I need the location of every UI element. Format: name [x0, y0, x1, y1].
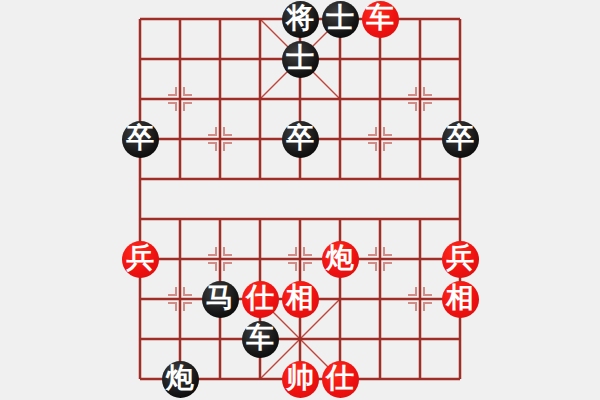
red-elephant-glyph: 相 [286, 284, 314, 312]
black-general-piece[interactable]: 将 [282, 1, 319, 38]
black-soldier-glyph: 卒 [286, 124, 314, 152]
red-advisor-glyph: 仕 [326, 364, 354, 392]
red-elephant-piece[interactable]: 相 [282, 281, 319, 318]
red-cannon-glyph: 炮 [326, 244, 354, 272]
red-general-piece[interactable]: 帅 [282, 361, 319, 398]
red-advisor-piece[interactable]: 仕 [322, 361, 359, 398]
red-chariot-piece[interactable]: 车 [362, 1, 399, 38]
red-elephant-glyph: 相 [446, 284, 474, 312]
red-soldier-glyph: 兵 [446, 244, 474, 272]
red-soldier-glyph: 兵 [126, 244, 154, 272]
black-soldier-glyph: 卒 [446, 124, 474, 152]
black-advisor-glyph: 士 [326, 4, 354, 32]
red-elephant-piece[interactable]: 相 [442, 281, 479, 318]
black-cannon-glyph: 炮 [166, 364, 194, 392]
red-soldier-piece[interactable]: 兵 [442, 241, 479, 278]
black-chariot-glyph: 车 [246, 324, 274, 352]
black-chariot-piece[interactable]: 车 [242, 321, 279, 358]
red-advisor-piece[interactable]: 仕 [242, 281, 279, 318]
black-horse-piece[interactable]: 马 [202, 281, 239, 318]
black-advisor-piece[interactable]: 士 [282, 41, 319, 78]
pieces-layer: 将士车士卒卒卒兵炮兵马仕相相车炮帅仕 [120, 0, 480, 399]
red-cannon-piece[interactable]: 炮 [322, 241, 359, 278]
red-general-glyph: 帅 [286, 364, 314, 392]
black-soldier-piece[interactable]: 卒 [122, 121, 159, 158]
red-advisor-glyph: 仕 [246, 284, 274, 312]
black-advisor-glyph: 士 [286, 44, 314, 72]
black-soldier-glyph: 卒 [126, 124, 154, 152]
black-soldier-piece[interactable]: 卒 [442, 121, 479, 158]
black-soldier-piece[interactable]: 卒 [282, 121, 319, 158]
black-horse-glyph: 马 [206, 284, 234, 312]
red-chariot-glyph: 车 [366, 4, 394, 32]
xiangqi-app: 将士车士卒卒卒兵炮兵马仕相相车炮帅仕 [0, 0, 600, 400]
black-advisor-piece[interactable]: 士 [322, 1, 359, 38]
black-general-glyph: 将 [286, 4, 314, 32]
xiangqi-board[interactable]: 将士车士卒卒卒兵炮兵马仕相相车炮帅仕 [0, 0, 600, 400]
red-soldier-piece[interactable]: 兵 [122, 241, 159, 278]
black-cannon-piece[interactable]: 炮 [162, 361, 199, 398]
